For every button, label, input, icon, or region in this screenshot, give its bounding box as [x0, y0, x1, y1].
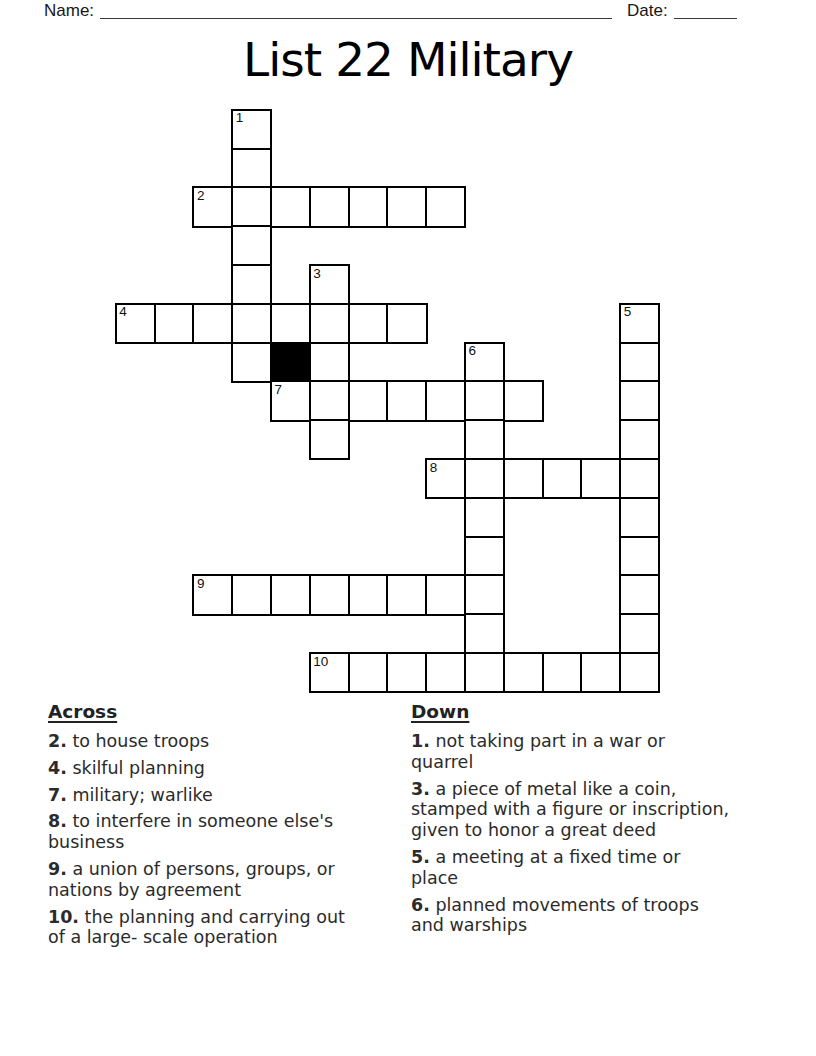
cell-number: 9	[197, 577, 205, 591]
across-clues-column: Across 2. to house troops4. skilful plan…	[48, 701, 410, 954]
cell-number: 10	[313, 655, 328, 669]
cell-number: 5	[624, 305, 632, 319]
grid-cell[interactable]	[425, 652, 466, 693]
clue-number: 9.	[48, 859, 67, 879]
clue-number: 3.	[411, 779, 430, 799]
grid-cell[interactable]: 4	[115, 303, 156, 344]
grid-cell[interactable]: 9	[192, 574, 233, 615]
clue-item: 7. military; warlike	[48, 785, 410, 806]
grid-cell[interactable]	[425, 186, 466, 227]
name-input-line[interactable]	[100, 3, 612, 19]
grid-cell[interactable]	[309, 380, 350, 421]
grid-cell[interactable]	[348, 186, 389, 227]
name-label: Name:	[44, 1, 94, 21]
grid-cell[interactable]	[619, 613, 660, 654]
grid-cell[interactable]	[619, 458, 660, 499]
cell-number: 2	[197, 189, 205, 203]
grid-cell[interactable]	[542, 652, 583, 693]
grid-cell[interactable]	[348, 303, 389, 344]
cell-number: 3	[313, 267, 321, 281]
clue-item: 1. not taking part in a war or quarrel	[411, 731, 805, 773]
grid-cell[interactable]	[464, 613, 505, 654]
grid-cell[interactable]	[231, 148, 272, 189]
grid-cell[interactable]	[270, 303, 311, 344]
clue-item: 2. to house troops	[48, 731, 410, 752]
date-input-line[interactable]	[674, 3, 737, 19]
grid-cell[interactable]	[619, 342, 660, 383]
grid-cell[interactable]	[425, 574, 466, 615]
clue-number: 1.	[411, 731, 430, 751]
grid-cell[interactable]	[231, 303, 272, 344]
crossword-grid: 12345678910	[116, 110, 661, 694]
clue-item: 4. skilful planning	[48, 758, 410, 779]
cell-number: 6	[469, 344, 477, 358]
black-cell	[270, 342, 311, 383]
grid-cell[interactable]: 3	[309, 264, 350, 305]
cell-number: 8	[430, 461, 438, 475]
grid-cell[interactable]: 2	[192, 186, 233, 227]
grid-cell[interactable]	[348, 652, 389, 693]
across-header: Across	[48, 701, 410, 722]
grid-cell[interactable]	[619, 497, 660, 538]
clue-text: a union of persons, groups, or nations b…	[48, 859, 335, 900]
clue-item: 9. a union of persons, groups, or nation…	[48, 859, 410, 901]
grid-cell[interactable]	[309, 303, 350, 344]
grid-cell[interactable]	[542, 458, 583, 499]
clue-text: the planning and carrying out of a large…	[48, 907, 345, 948]
grid-cell[interactable]	[386, 303, 427, 344]
grid-cell[interactable]: 5	[619, 303, 660, 344]
grid-cell[interactable]	[464, 419, 505, 460]
grid-cell[interactable]	[503, 652, 544, 693]
grid-cell[interactable]	[580, 652, 621, 693]
grid-cell[interactable]	[464, 497, 505, 538]
clue-number: 7.	[48, 785, 67, 805]
grid-cell[interactable]	[309, 419, 350, 460]
grid-cell[interactable]	[464, 458, 505, 499]
clue-number: 6.	[411, 895, 430, 915]
cell-number: 7	[275, 383, 283, 397]
grid-cell[interactable]	[619, 380, 660, 421]
grid-cell[interactable]	[386, 652, 427, 693]
clue-item: 5. a meeting at a fixed time or place	[411, 847, 805, 889]
grid-cell[interactable]	[348, 380, 389, 421]
grid-cell[interactable]: 1	[231, 109, 272, 150]
grid-cell[interactable]	[231, 186, 272, 227]
clue-number: 4.	[48, 758, 67, 778]
grid-cell[interactable]	[619, 574, 660, 615]
down-header: Down	[411, 701, 805, 722]
clue-text: a meeting at a fixed time or place	[411, 847, 680, 888]
clue-number: 8.	[48, 811, 67, 831]
grid-cell[interactable]	[231, 225, 272, 266]
grid-cell[interactable]: 8	[425, 458, 466, 499]
clue-text: skilful planning	[67, 758, 205, 778]
grid-cell[interactable]	[154, 303, 195, 344]
grid-cell[interactable]	[386, 574, 427, 615]
clue-number: 2.	[48, 731, 67, 751]
grid-cell[interactable]	[619, 536, 660, 577]
grid-cell[interactable]: 6	[464, 342, 505, 383]
grid-cell[interactable]	[192, 303, 233, 344]
grid-cell[interactable]	[309, 574, 350, 615]
grid-cell[interactable]	[619, 419, 660, 460]
clue-text: a piece of metal like a coin, stamped wi…	[411, 779, 729, 841]
grid-cell[interactable]	[231, 342, 272, 383]
grid-cell[interactable]	[386, 380, 427, 421]
grid-cell[interactable]	[464, 574, 505, 615]
cell-number: 4	[119, 305, 127, 319]
clue-number: 10.	[48, 907, 79, 927]
grid-cell[interactable]	[270, 186, 311, 227]
clue-number: 5.	[411, 847, 430, 867]
grid-cell[interactable]	[503, 380, 544, 421]
grid-cell[interactable]	[386, 186, 427, 227]
grid-cell[interactable]	[231, 574, 272, 615]
grid-cell[interactable]	[619, 652, 660, 693]
grid-cell[interactable]: 10	[309, 652, 350, 693]
grid-cell[interactable]	[309, 342, 350, 383]
grid-cell[interactable]	[270, 574, 311, 615]
clue-text: to interfere in someone else's business	[48, 811, 333, 852]
date-label: Date:	[627, 1, 668, 21]
grid-cell[interactable]: 7	[270, 380, 311, 421]
grid-cell[interactable]	[464, 380, 505, 421]
worksheet-page: Name: Date: List 22 Military 12345678910…	[0, 0, 816, 1056]
page-title: List 22 Military	[0, 34, 816, 86]
grid-cell[interactable]	[231, 264, 272, 305]
clue-text: not taking part in a war or quarrel	[411, 731, 665, 772]
across-clue-list: 2. to house troops4. skilful planning7. …	[48, 731, 410, 948]
grid-cell[interactable]	[464, 536, 505, 577]
down-clue-list: 1. not taking part in a war or quarrel3.…	[411, 731, 805, 936]
clue-item: 6. planned movements of troops and warsh…	[411, 895, 805, 937]
grid-cell[interactable]	[464, 652, 505, 693]
clue-item: 3. a piece of metal like a coin, stamped…	[411, 779, 805, 841]
grid-cell[interactable]	[425, 380, 466, 421]
cell-number: 1	[236, 111, 244, 125]
clue-text: to house troops	[67, 731, 209, 751]
clue-item: 8. to interfere in someone else's busine…	[48, 811, 410, 853]
down-clues-column: Down 1. not taking part in a war or quar…	[411, 701, 805, 942]
clue-text: planned movements of troops and warships	[411, 895, 699, 936]
clue-item: 10. the planning and carrying out of a l…	[48, 907, 410, 949]
grid-cell[interactable]	[309, 186, 350, 227]
grid-cell[interactable]	[348, 574, 389, 615]
grid-cell[interactable]	[580, 458, 621, 499]
clue-text: military; warlike	[67, 785, 213, 805]
grid-cell[interactable]	[503, 458, 544, 499]
